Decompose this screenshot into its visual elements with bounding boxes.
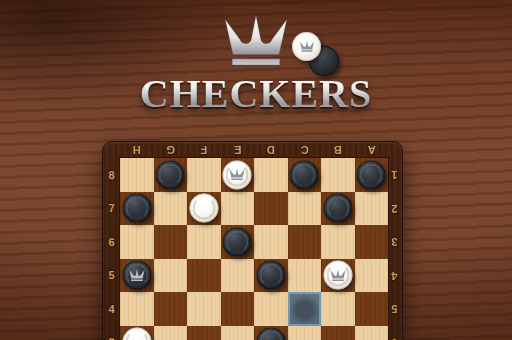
rank-label-left-6: 6	[103, 225, 120, 259]
file-label-g: G	[154, 142, 188, 158]
square-d3[interactable]	[254, 326, 288, 340]
square-d5[interactable]	[254, 259, 288, 293]
square-a7	[355, 192, 389, 226]
square-a5	[355, 259, 389, 293]
square-c8[interactable]	[288, 158, 322, 192]
square-e7	[221, 192, 255, 226]
square-d4	[254, 292, 288, 326]
square-a6[interactable]	[355, 225, 389, 259]
square-g3	[154, 326, 188, 340]
square-h5[interactable]	[120, 259, 154, 293]
square-d7[interactable]	[254, 192, 288, 226]
square-b7[interactable]	[321, 192, 355, 226]
rank-labels-left: 87654321	[103, 158, 120, 340]
app-background: CHECKERS HGFEDCBA 87654321 12345678	[0, 0, 512, 340]
black-man-e6[interactable]	[223, 227, 252, 256]
square-h6	[120, 225, 154, 259]
square-b5[interactable]	[321, 259, 355, 293]
square-f5[interactable]	[187, 259, 221, 293]
square-d8	[254, 158, 288, 192]
rank-label-left-7: 7	[103, 192, 120, 226]
square-c6[interactable]	[288, 225, 322, 259]
board-grid	[120, 158, 388, 340]
square-a8[interactable]	[355, 158, 389, 192]
square-f3[interactable]	[187, 326, 221, 340]
black-man-d5[interactable]	[256, 261, 285, 290]
file-label-a: A	[355, 142, 389, 158]
king-crown-icon	[229, 168, 246, 182]
white-man-f7[interactable]	[189, 194, 218, 223]
file-label-c: C	[288, 142, 322, 158]
rank-label-left-8: 8	[103, 158, 120, 192]
black-man-c8[interactable]	[290, 160, 319, 189]
square-d6	[254, 225, 288, 259]
square-b8	[321, 158, 355, 192]
square-f8	[187, 158, 221, 192]
white-king-e8[interactable]	[223, 160, 252, 189]
king-crown-icon	[329, 268, 346, 282]
square-b4	[321, 292, 355, 326]
black-king-h5[interactable]	[122, 261, 151, 290]
rank-label-right-4: 4	[387, 259, 402, 293]
rank-label-left-3: 3	[103, 326, 120, 340]
rank-label-right-5: 5	[387, 292, 402, 326]
white-king-b5[interactable]	[323, 261, 352, 290]
white-man-h3[interactable]	[122, 328, 151, 340]
file-labels: HGFEDCBA	[120, 142, 388, 158]
black-man-g8[interactable]	[156, 160, 185, 189]
file-label-f: F	[187, 142, 221, 158]
logo-crown-icon	[221, 11, 291, 73]
checkers-board: HGFEDCBA 87654321 12345678	[102, 141, 403, 340]
square-b3[interactable]	[321, 326, 355, 340]
king-crown-icon	[128, 268, 145, 282]
square-g4[interactable]	[154, 292, 188, 326]
logo-badge-crown-icon	[299, 40, 315, 53]
square-h3[interactable]	[120, 326, 154, 340]
square-e3	[221, 326, 255, 340]
square-g5	[154, 259, 188, 293]
black-man-d3[interactable]	[256, 328, 285, 340]
black-man-a8[interactable]	[357, 160, 386, 189]
square-f4	[187, 292, 221, 326]
file-label-b: B	[321, 142, 355, 158]
logo-white-king-checker	[292, 32, 321, 61]
game-title: CHECKERS	[0, 70, 512, 117]
file-label-h: H	[120, 142, 154, 158]
rank-label-right-3: 3	[387, 225, 402, 259]
square-f7[interactable]	[187, 192, 221, 226]
square-g8[interactable]	[154, 158, 188, 192]
black-man-b7[interactable]	[323, 194, 352, 223]
square-h4	[120, 292, 154, 326]
square-g7	[154, 192, 188, 226]
file-label-e: E	[221, 142, 255, 158]
square-g6[interactable]	[154, 225, 188, 259]
square-a4[interactable]	[355, 292, 389, 326]
square-h7[interactable]	[120, 192, 154, 226]
square-e5	[221, 259, 255, 293]
square-c7	[288, 192, 322, 226]
rank-label-right-2: 2	[387, 192, 402, 226]
file-label-d: D	[254, 142, 288, 158]
rank-label-left-4: 4	[103, 292, 120, 326]
square-b6	[321, 225, 355, 259]
square-f6	[187, 225, 221, 259]
black-man-h7[interactable]	[122, 194, 151, 223]
square-e4[interactable]	[221, 292, 255, 326]
rank-label-right-6: 6	[387, 326, 402, 340]
rank-label-right-1: 1	[387, 158, 402, 192]
square-c5	[288, 259, 322, 293]
square-c3	[288, 326, 322, 340]
square-e8[interactable]	[221, 158, 255, 192]
rank-labels-right: 12345678	[387, 158, 402, 340]
square-a3	[355, 326, 389, 340]
square-h8	[120, 158, 154, 192]
highlighted-square-c4[interactable]	[288, 292, 322, 326]
rank-label-left-5: 5	[103, 259, 120, 293]
square-e6[interactable]	[221, 225, 255, 259]
